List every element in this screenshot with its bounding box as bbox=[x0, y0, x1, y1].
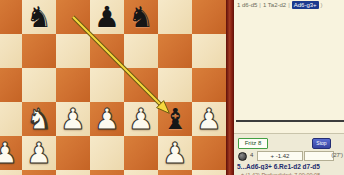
square-f4[interactable] bbox=[124, 68, 158, 102]
square-g2[interactable]: ♟ bbox=[158, 136, 192, 170]
square-e1[interactable] bbox=[90, 170, 124, 175]
chess-board-area: ♞♟♞♞♟♟♟♝♟♟♟♟ bbox=[0, 0, 234, 175]
notation-selected-move[interactable]: Ad6-g3+ bbox=[292, 1, 319, 9]
square-c6[interactable]: ♞ bbox=[22, 0, 56, 34]
square-h5[interactable] bbox=[192, 34, 226, 68]
square-c4[interactable] bbox=[22, 68, 56, 102]
square-f2[interactable] bbox=[124, 136, 158, 170]
square-d6[interactable] bbox=[56, 0, 90, 34]
square-e5[interactable] bbox=[90, 34, 124, 68]
square-g6[interactable] bbox=[158, 0, 192, 34]
piece-white-pawn[interactable]: ♟ bbox=[90, 102, 124, 136]
square-h6[interactable] bbox=[192, 0, 226, 34]
notation-separator: | bbox=[259, 1, 261, 9]
square-c3[interactable]: ♞ bbox=[22, 102, 56, 136]
engine-best-line[interactable]: 5...Ad6-g3+ 6.Re1-d2 d7-d5 bbox=[237, 163, 344, 170]
square-h1[interactable] bbox=[192, 170, 226, 175]
square-h2[interactable] bbox=[192, 136, 226, 170]
square-e6[interactable]: ♟ bbox=[90, 0, 124, 34]
square-g4[interactable] bbox=[158, 68, 192, 102]
engine-eval-row: 4 + -1.42 (27') bbox=[237, 151, 343, 160]
square-b3[interactable] bbox=[0, 102, 22, 136]
engine-status-icon[interactable] bbox=[238, 152, 247, 161]
square-b5[interactable] bbox=[0, 34, 22, 68]
square-c2[interactable]: ♟ bbox=[22, 136, 56, 170]
notation-separator: | bbox=[288, 1, 290, 9]
square-g5[interactable] bbox=[158, 34, 192, 68]
square-e3[interactable]: ♟ bbox=[90, 102, 124, 136]
square-d3[interactable]: ♟ bbox=[56, 102, 90, 136]
piece-black-knight[interactable]: ♞ bbox=[124, 0, 158, 34]
square-g1[interactable] bbox=[158, 170, 192, 175]
engine-time: (27') bbox=[331, 151, 343, 160]
piece-white-knight[interactable]: ♞ bbox=[22, 102, 56, 136]
square-f3[interactable]: ♟ bbox=[124, 102, 158, 136]
piece-black-bishop[interactable]: ♝ bbox=[158, 102, 192, 136]
piece-white-pawn[interactable]: ♟ bbox=[0, 136, 22, 170]
square-b2[interactable]: ♟ bbox=[0, 136, 22, 170]
engine-status-line: ± (1.42) Profundidad: 7 00:00:08 bbox=[241, 172, 344, 175]
piece-white-pawn[interactable]: ♟ bbox=[56, 102, 90, 136]
engine-eval-value: + -1.42 bbox=[257, 151, 303, 161]
square-f6[interactable]: ♞ bbox=[124, 0, 158, 34]
engine-name-chip[interactable]: Fritz 8 bbox=[238, 138, 268, 149]
panel-divider bbox=[236, 120, 344, 122]
square-h4[interactable] bbox=[192, 68, 226, 102]
piece-black-knight[interactable]: ♞ bbox=[22, 0, 56, 34]
square-h3[interactable]: ♟ bbox=[192, 102, 226, 136]
engine-stop-button[interactable]: Stop bbox=[312, 138, 331, 149]
square-e2[interactable] bbox=[90, 136, 124, 170]
piece-white-pawn[interactable]: ♟ bbox=[124, 102, 158, 136]
chess-board[interactable]: ♞♟♞♞♟♟♟♝♟♟♟♟ bbox=[0, 0, 226, 175]
board-frame bbox=[226, 0, 234, 175]
square-d1[interactable] bbox=[56, 170, 90, 175]
engine-counter: 4 bbox=[250, 151, 253, 160]
square-f5[interactable] bbox=[124, 34, 158, 68]
analysis-panel: 1 d6-d5 | 1 Ta2-d2 | Ad6-g3+ ) Fritz 8 S… bbox=[234, 0, 344, 175]
notation-trailing: ) bbox=[321, 1, 323, 9]
square-b1[interactable] bbox=[0, 170, 22, 175]
square-d5[interactable] bbox=[56, 34, 90, 68]
piece-white-pawn[interactable]: ♟ bbox=[158, 136, 192, 170]
square-d4[interactable] bbox=[56, 68, 90, 102]
engine-panel: Fritz 8 Stop 4 + -1.42 (27') 5...Ad6-g3+… bbox=[234, 133, 344, 175]
square-d2[interactable] bbox=[56, 136, 90, 170]
square-c5[interactable] bbox=[22, 34, 56, 68]
square-b6[interactable] bbox=[0, 0, 22, 34]
square-f1[interactable] bbox=[124, 170, 158, 175]
square-c1[interactable] bbox=[22, 170, 56, 175]
notation-bar: 1 d6-d5 | 1 Ta2-d2 | Ad6-g3+ ) bbox=[237, 1, 343, 9]
square-b4[interactable] bbox=[0, 68, 22, 102]
square-g3[interactable]: ♝ bbox=[158, 102, 192, 136]
piece-black-pawn[interactable]: ♟ bbox=[90, 0, 124, 34]
notation-move[interactable]: 1 Ta2-d2 bbox=[263, 1, 286, 9]
piece-white-pawn[interactable]: ♟ bbox=[22, 136, 56, 170]
engine-progress-field bbox=[304, 151, 334, 161]
piece-white-pawn[interactable]: ♟ bbox=[192, 102, 226, 136]
notation-move[interactable]: 1 d6-d5 bbox=[237, 1, 257, 9]
square-e4[interactable] bbox=[90, 68, 124, 102]
